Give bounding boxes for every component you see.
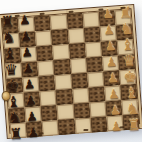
board-square-r4c7[interactable]: ♟ (102, 55, 119, 71)
piece-black-pawn[interactable]: ♟ (24, 79, 36, 92)
board-square-r8c8[interactable]: ♜ (122, 114, 139, 130)
piece-white-pawn[interactable]: ♟ (103, 24, 115, 37)
frame-ornament (61, 130, 66, 132)
board-square-r6c3[interactable] (40, 90, 57, 106)
frame-ornament (102, 127, 107, 129)
board-square-r7c1[interactable]: ♞ (9, 108, 26, 124)
board-square-r7c8[interactable]: ♞ (121, 99, 138, 115)
board-square-r6c4[interactable] (56, 89, 73, 105)
board-square-r3c3[interactable] (36, 45, 53, 61)
board-square-r4c3[interactable] (37, 60, 54, 76)
piece-white-pawn[interactable]: ♟ (107, 72, 119, 85)
frame-ornament (69, 11, 74, 13)
piece-white-rook[interactable]: ♜ (127, 118, 142, 134)
board-square-r8c6[interactable] (90, 116, 107, 132)
piece-black-rook[interactable]: ♜ (9, 127, 24, 142)
board-square-r5c4[interactable] (55, 74, 72, 90)
board-square-r2c3[interactable] (35, 30, 52, 46)
board-square-r1c5[interactable] (66, 13, 83, 29)
piece-black-pawn[interactable]: ♟ (20, 30, 32, 43)
board-square-r6c5[interactable] (72, 88, 89, 104)
board-square-r5c6[interactable] (87, 72, 104, 88)
board-square-r3c4[interactable] (52, 44, 69, 60)
board-square-r5c5[interactable] (71, 73, 88, 89)
board-square-r7c3[interactable] (41, 105, 58, 121)
piece-black-pawn[interactable]: ♟ (19, 14, 31, 27)
board-square-r6c6[interactable] (88, 87, 105, 103)
frame-ornament (83, 129, 88, 131)
board-square-r8c5[interactable] (74, 118, 91, 134)
board-square-r5c2[interactable]: ♟ (22, 76, 39, 92)
board-square-r3c5[interactable] (68, 43, 85, 59)
board-square-r4c4[interactable] (53, 59, 70, 75)
piece-black-pawn[interactable]: ♟ (22, 62, 34, 75)
board-square-r1c6[interactable] (82, 12, 99, 28)
chess-board: ♜♟♟♜♞♟♟♞♝♟♟♝♛♟♟♛♚♟♟♚♝♟♟♝♞♟♟♞♜♟♟♜ (0, 4, 142, 139)
board-square-r3c6[interactable] (85, 42, 102, 58)
piece-black-pawn[interactable]: ♟ (21, 46, 33, 59)
board-square-r2c4[interactable] (51, 29, 68, 45)
board-square-r4c5[interactable] (70, 58, 87, 74)
piece-white-pawn[interactable]: ♟ (102, 8, 114, 21)
frame-ornament (98, 8, 103, 10)
board-square-r1c3[interactable] (34, 15, 51, 31)
board-square-r7c6[interactable] (89, 101, 106, 117)
board-square-r7c4[interactable] (57, 104, 74, 120)
piece-white-pawn[interactable]: ♟ (106, 56, 118, 69)
board-square-r6c7[interactable]: ♟ (104, 85, 121, 101)
board-square-r6c2[interactable]: ♟ (24, 91, 41, 107)
frame-ornament (120, 7, 125, 9)
board-square-r8c1[interactable]: ♜ (10, 122, 27, 138)
board-square-r2c5[interactable] (67, 28, 84, 44)
frame-ornament (119, 126, 124, 128)
photo-background: ♜♟♟♜♞♟♟♞♝♟♟♝♛♟♟♛♚♟♟♚♝♟♟♝♞♟♟♞♜♟♟♜ (0, 0, 142, 142)
board-square-r7c7[interactable]: ♟ (105, 100, 122, 116)
board-square-r4c6[interactable] (86, 57, 103, 73)
board-grid: ♜♟♟♜♞♟♟♞♝♟♟♝♛♟♟♛♚♟♟♚♝♟♟♝♞♟♟♞♜♟♟♜ (2, 9, 139, 132)
board-square-r5c7[interactable]: ♟ (103, 70, 120, 86)
frame-ornament (39, 132, 44, 134)
board-square-r2c6[interactable] (83, 27, 100, 43)
board-square-r6c8[interactable]: ♝ (120, 84, 137, 100)
piece-black-pawn[interactable]: ♟ (27, 127, 39, 140)
board-square-r1c4[interactable] (50, 14, 67, 30)
board-square-r8c3[interactable] (42, 120, 59, 136)
board-frame: ♜♟♟♜♞♟♟♞♝♟♟♝♛♟♟♛♚♟♟♚♝♟♟♝♞♟♟♞♜♟♟♜ (0, 4, 142, 139)
board-square-r8c7[interactable]: ♟ (106, 115, 123, 131)
board-square-r7c5[interactable] (73, 103, 90, 119)
piece-white-pawn[interactable]: ♟ (105, 40, 117, 53)
board-square-r7c2[interactable]: ♟ (25, 106, 42, 122)
board-square-r5c3[interactable] (39, 75, 56, 91)
board-square-r8c4[interactable] (58, 119, 75, 135)
frame-ornament (39, 13, 44, 15)
board-square-r4c2[interactable]: ♟ (21, 61, 38, 77)
board-square-r8c2[interactable]: ♟ (26, 121, 43, 137)
